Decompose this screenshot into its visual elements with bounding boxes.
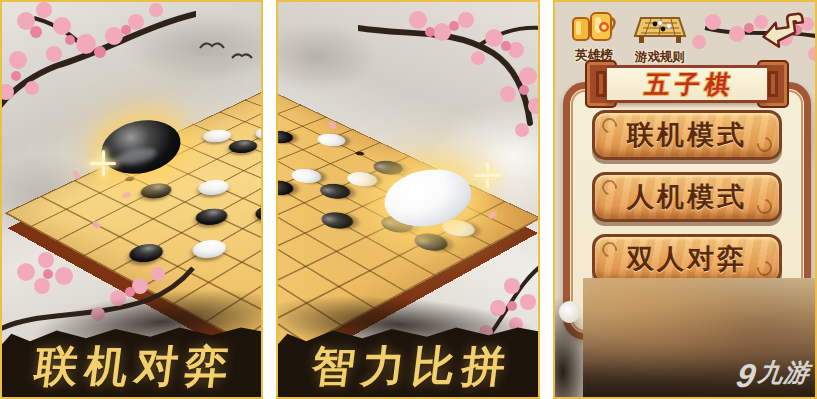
watermark-text: 九游 bbox=[756, 356, 811, 389]
sparkle-icon bbox=[90, 150, 116, 176]
white-stone bbox=[192, 177, 235, 198]
back-button[interactable] bbox=[759, 12, 807, 52]
cherry-blossom-art bbox=[358, 0, 540, 158]
online-mode-button[interactable]: 联机模式 bbox=[592, 110, 782, 160]
go-board-icon bbox=[633, 12, 687, 48]
black-stone bbox=[368, 158, 409, 177]
star-point bbox=[123, 176, 136, 182]
title-banner: 五子棋 bbox=[597, 60, 777, 108]
banner-strip: 五子棋 bbox=[607, 65, 767, 103]
online-mode-label: 联机模式 bbox=[627, 117, 747, 153]
birds-icon bbox=[198, 36, 258, 64]
caption-text: 联机对弈 bbox=[24, 333, 239, 399]
trophy-cups-icon bbox=[569, 10, 619, 46]
return-arrow-icon bbox=[759, 12, 807, 52]
black-stone bbox=[314, 181, 357, 202]
jiuyou-logo-icon: 9 bbox=[734, 363, 757, 389]
black-stone bbox=[276, 128, 299, 146]
black-stone bbox=[249, 202, 263, 225]
ai-mode-label: 人机模式 bbox=[627, 179, 747, 215]
two-player-mode-label: 双人对弈 bbox=[627, 241, 747, 277]
leaderboard-button[interactable]: 英雄榜 bbox=[563, 10, 625, 64]
black-stone bbox=[408, 230, 455, 254]
rules-button[interactable]: 游戏规则 bbox=[629, 12, 691, 66]
white-stone bbox=[250, 124, 263, 142]
promo-panel-online-play: 联机对弈 bbox=[0, 0, 263, 399]
caption-text: 智力比拼 bbox=[300, 333, 515, 399]
black-stone bbox=[189, 205, 234, 228]
sparkle-icon bbox=[474, 162, 500, 188]
promo-panel-brain-battle: 智力比拼 bbox=[276, 0, 540, 399]
black-stone bbox=[134, 180, 177, 201]
black-stone bbox=[223, 137, 263, 155]
black-stone bbox=[315, 209, 360, 232]
two-player-mode-button[interactable]: 双人对弈 bbox=[592, 234, 782, 284]
game-title: 五子棋 bbox=[637, 68, 737, 101]
white-stone bbox=[341, 169, 383, 189]
white-stone bbox=[286, 166, 328, 186]
menu-panel: 英雄榜 游戏规则 五子棋 联机模式 人机模式 双人对弈 bbox=[553, 0, 817, 399]
ai-mode-button[interactable]: 人机模式 bbox=[592, 172, 782, 222]
white-stone bbox=[312, 131, 351, 149]
watermark: 9 九游 bbox=[737, 356, 810, 389]
